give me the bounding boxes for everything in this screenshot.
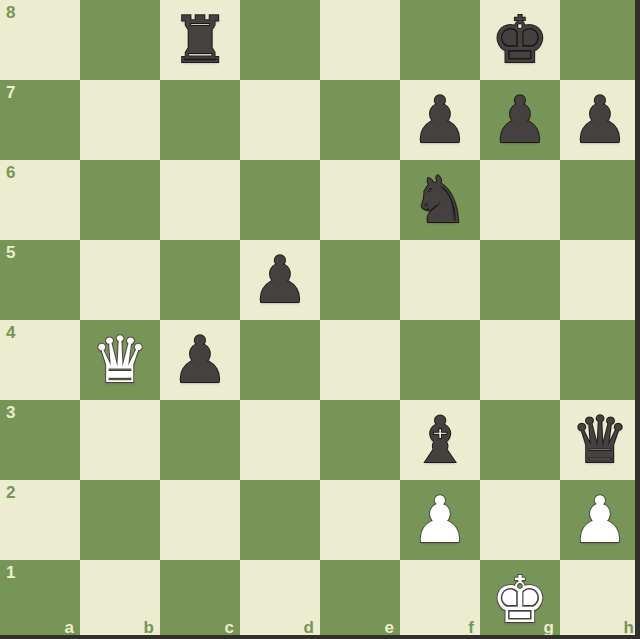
square-e3[interactable] — [320, 400, 400, 480]
square-a8[interactable]: 8 — [0, 0, 80, 80]
rank-label-1: 1 — [6, 564, 15, 581]
black-pawn-c4[interactable]: ♟ — [160, 320, 240, 400]
square-d6[interactable] — [240, 160, 320, 240]
square-c7[interactable] — [160, 80, 240, 160]
file-label-d: d — [304, 619, 314, 636]
square-a2[interactable]: 2 — [0, 480, 80, 560]
square-b1[interactable]: b — [80, 560, 160, 639]
rank-label-3: 3 — [6, 404, 15, 421]
square-a3[interactable]: 3 — [0, 400, 80, 480]
black-queen-h3[interactable]: ♛ — [560, 400, 640, 480]
square-f6[interactable]: ♞ — [400, 160, 480, 240]
square-c4[interactable]: ♟ — [160, 320, 240, 400]
square-g7[interactable]: ♟ — [480, 80, 560, 160]
square-d2[interactable] — [240, 480, 320, 560]
square-g3[interactable] — [480, 400, 560, 480]
square-f7[interactable]: ♟ — [400, 80, 480, 160]
rank-label-4: 4 — [6, 324, 15, 341]
square-d7[interactable] — [240, 80, 320, 160]
square-h3[interactable]: ♛ — [560, 400, 640, 480]
file-label-h: h — [624, 619, 634, 636]
square-b6[interactable] — [80, 160, 160, 240]
black-king-g8[interactable]: ♚ — [480, 0, 560, 80]
white-king-g1[interactable]: ♚ — [480, 560, 560, 639]
black-knight-f6[interactable]: ♞ — [400, 160, 480, 240]
square-e5[interactable] — [320, 240, 400, 320]
square-c8[interactable]: ♜ — [160, 0, 240, 80]
square-f8[interactable] — [400, 0, 480, 80]
square-h1[interactable]: h — [560, 560, 640, 639]
square-g1[interactable]: g♚ — [480, 560, 560, 639]
square-h2[interactable]: ♟ — [560, 480, 640, 560]
square-e6[interactable] — [320, 160, 400, 240]
black-pawn-f7[interactable]: ♟ — [400, 80, 480, 160]
square-a1[interactable]: 1a — [0, 560, 80, 639]
chess-board-page: 8♜♚7♟♟♟6♞5♟4♛♟3♝♛2♟♟1abcdefg♚h — [0, 0, 640, 639]
square-g5[interactable] — [480, 240, 560, 320]
square-e7[interactable] — [320, 80, 400, 160]
file-label-f: f — [468, 619, 474, 636]
square-a7[interactable]: 7 — [0, 80, 80, 160]
black-pawn-h7[interactable]: ♟ — [560, 80, 640, 160]
square-e2[interactable] — [320, 480, 400, 560]
square-g2[interactable] — [480, 480, 560, 560]
black-pawn-d5[interactable]: ♟ — [240, 240, 320, 320]
square-f5[interactable] — [400, 240, 480, 320]
square-f3[interactable]: ♝ — [400, 400, 480, 480]
square-h7[interactable]: ♟ — [560, 80, 640, 160]
square-b3[interactable] — [80, 400, 160, 480]
square-d5[interactable]: ♟ — [240, 240, 320, 320]
board-right-border — [635, 0, 640, 639]
black-pawn-g7[interactable]: ♟ — [480, 80, 560, 160]
square-d4[interactable] — [240, 320, 320, 400]
square-f1[interactable]: f — [400, 560, 480, 639]
square-b2[interactable] — [80, 480, 160, 560]
square-g8[interactable]: ♚ — [480, 0, 560, 80]
square-d3[interactable] — [240, 400, 320, 480]
square-f4[interactable] — [400, 320, 480, 400]
black-bishop-f3[interactable]: ♝ — [400, 400, 480, 480]
square-g4[interactable] — [480, 320, 560, 400]
square-h8[interactable] — [560, 0, 640, 80]
square-c6[interactable] — [160, 160, 240, 240]
square-g6[interactable] — [480, 160, 560, 240]
square-d8[interactable] — [240, 0, 320, 80]
square-b5[interactable] — [80, 240, 160, 320]
white-queen-b4[interactable]: ♛ — [80, 320, 160, 400]
rank-label-2: 2 — [6, 484, 15, 501]
square-c2[interactable] — [160, 480, 240, 560]
square-e4[interactable] — [320, 320, 400, 400]
square-c3[interactable] — [160, 400, 240, 480]
square-c1[interactable]: c — [160, 560, 240, 639]
square-a5[interactable]: 5 — [0, 240, 80, 320]
square-e8[interactable] — [320, 0, 400, 80]
chess-board: 8♜♚7♟♟♟6♞5♟4♛♟3♝♛2♟♟1abcdefg♚h — [0, 0, 640, 639]
black-rook-c8[interactable]: ♜ — [160, 0, 240, 80]
white-pawn-h2[interactable]: ♟ — [560, 480, 640, 560]
square-b7[interactable] — [80, 80, 160, 160]
rank-label-7: 7 — [6, 84, 15, 101]
square-a4[interactable]: 4 — [0, 320, 80, 400]
file-label-b: b — [144, 619, 154, 636]
square-b8[interactable] — [80, 0, 160, 80]
square-h5[interactable] — [560, 240, 640, 320]
rank-label-5: 5 — [6, 244, 15, 261]
square-e1[interactable]: e — [320, 560, 400, 639]
square-d1[interactable]: d — [240, 560, 320, 639]
square-c5[interactable] — [160, 240, 240, 320]
file-label-e: e — [385, 619, 394, 636]
square-a6[interactable]: 6 — [0, 160, 80, 240]
rank-label-8: 8 — [6, 4, 15, 21]
rank-label-6: 6 — [6, 164, 15, 181]
square-f2[interactable]: ♟ — [400, 480, 480, 560]
square-b4[interactable]: ♛ — [80, 320, 160, 400]
file-label-a: a — [65, 619, 74, 636]
board-bottom-border — [0, 635, 640, 639]
file-label-c: c — [225, 619, 234, 636]
square-h6[interactable] — [560, 160, 640, 240]
white-pawn-f2[interactable]: ♟ — [400, 480, 480, 560]
square-h4[interactable] — [560, 320, 640, 400]
